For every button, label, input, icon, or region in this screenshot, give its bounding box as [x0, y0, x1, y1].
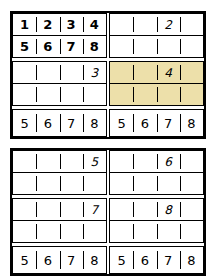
- bottom-grid-box-3-left: 5678: [12, 246, 107, 274]
- bottom-grid-row-5-left: 5678: [13, 247, 106, 273]
- bottom-grid-cell-r4c2: [36, 221, 59, 242]
- bottom-grid-row-3-right: 8: [110, 199, 203, 220]
- cell-digit: 8: [187, 254, 195, 267]
- bottom-grid-box-1-left: 5: [12, 150, 107, 195]
- bottom-grid-cell-r4c4: [83, 221, 106, 242]
- bottom-grid-row-2-right: [110, 172, 203, 194]
- cell-digit: 5: [91, 156, 99, 168]
- top-grid-cell-r4c3: [60, 84, 83, 105]
- top-grid-cell-r1c6: [133, 14, 156, 35]
- bottom-grid-cell-r1c6: [133, 151, 156, 172]
- cell-digit: 7: [67, 254, 75, 267]
- top-grid-box-3-left: 5678: [12, 109, 107, 137]
- bottom-grid-cell-r1c1: [13, 151, 36, 172]
- bottom-grid-cell-r2c7: [157, 173, 180, 194]
- bottom-grid-cell-r2c5: [110, 173, 133, 194]
- top-grid-cell-r1c7: 2: [157, 14, 180, 35]
- bottom-grid-cell-r3c5: [110, 199, 133, 220]
- bottom-grid: 567856785678: [10, 148, 206, 276]
- top-grid-row-1-left: 1234: [13, 14, 106, 35]
- top-grid-cell-r2c2: 6: [36, 36, 59, 57]
- top-grid-band-3: 56785678: [12, 109, 204, 137]
- top-grid: 1234567823456785678: [10, 11, 206, 139]
- cell-digit: 6: [44, 254, 52, 267]
- bottom-grid-box-1-right: 6: [109, 150, 204, 195]
- puzzle-grids-container: 1234567823456785678567856785678: [10, 11, 206, 276]
- cell-digit: 5: [117, 117, 125, 130]
- bottom-grid-row-1-right: 6: [110, 151, 203, 172]
- bottom-grid-cell-r2c8: [180, 173, 203, 194]
- bottom-grid-cell-r4c1: [13, 221, 36, 242]
- bottom-grid-cell-r3c1: [13, 199, 36, 220]
- top-grid-box-2-right: 4: [109, 61, 204, 106]
- top-grid-cell-r5c4: 8: [83, 110, 106, 136]
- top-grid-cell-r1c4: 4: [83, 14, 106, 35]
- top-grid-cell-r2c8: [180, 36, 203, 57]
- top-grid-cell-r5c1: 5: [13, 110, 36, 136]
- top-grid-cell-r2c4: 8: [83, 36, 106, 57]
- top-grid-cell-r3c6: [133, 62, 156, 83]
- top-grid-cell-r3c1: [13, 62, 36, 83]
- top-grid-row-4-left: [13, 83, 106, 105]
- bottom-grid-cell-r1c3: [60, 151, 83, 172]
- bottom-grid-cell-r4c7: [157, 221, 180, 242]
- top-grid-cell-r2c5: [110, 36, 133, 57]
- bottom-grid-cell-r3c2: [36, 199, 59, 220]
- cell-digit: 3: [67, 18, 76, 31]
- top-grid-cell-r3c3: [60, 62, 83, 83]
- top-grid-cell-r4c5: [110, 84, 133, 105]
- bottom-grid-row-1-left: 5: [13, 151, 106, 172]
- top-grid-cell-r3c7: 4: [157, 62, 180, 83]
- bottom-grid-cell-r1c8: [180, 151, 203, 172]
- top-grid-cell-r5c3: 7: [60, 110, 83, 136]
- bottom-grid-cell-r3c8: [180, 199, 203, 220]
- top-grid-box-1-right: 2: [109, 13, 204, 58]
- top-grid-box-1-left: 12345678: [12, 13, 107, 58]
- top-grid-cell-r2c6: [133, 36, 156, 57]
- top-grid-cell-r3c5: [110, 62, 133, 83]
- bottom-grid-cell-r2c4: [83, 173, 106, 194]
- bottom-grid-cell-r1c2: [36, 151, 59, 172]
- bottom-grid-cell-r5c7: 7: [157, 247, 180, 273]
- top-grid-row-3-right: 4: [110, 62, 203, 83]
- bottom-grid-row-5-right: 5678: [110, 247, 203, 273]
- top-grid-row-2-left: 5678: [13, 35, 106, 57]
- bottom-grid-cell-r5c6: 6: [133, 247, 156, 273]
- bottom-grid-row-3-left: 7: [13, 199, 106, 220]
- bottom-grid-row-4-right: [110, 220, 203, 242]
- top-grid-cell-r4c1: [13, 84, 36, 105]
- bottom-grid-cell-r4c8: [180, 221, 203, 242]
- cell-digit: 5: [117, 254, 125, 267]
- top-grid-cell-r1c2: 2: [36, 14, 59, 35]
- cell-digit: 5: [20, 254, 28, 267]
- bottom-grid-cell-r3c4: 7: [83, 199, 106, 220]
- top-grid-cell-r4c2: [36, 84, 59, 105]
- top-grid-cell-r3c4: 3: [83, 62, 106, 83]
- bottom-grid-band-1: 56: [12, 150, 204, 195]
- top-grid-row-3-left: 3: [13, 62, 106, 83]
- top-grid-cell-r2c1: 5: [13, 36, 36, 57]
- top-grid-cell-r5c2: 6: [36, 110, 59, 136]
- top-grid-cell-r2c7: [157, 36, 180, 57]
- cell-digit: 3: [91, 67, 99, 79]
- cell-digit: 6: [141, 254, 149, 267]
- top-grid-box-2-left: 3: [12, 61, 107, 106]
- top-grid-row-5-right: 5678: [110, 110, 203, 136]
- bottom-grid-band-3: 56785678: [12, 246, 204, 274]
- top-grid-cell-r4c8: [180, 84, 203, 105]
- bottom-grid-cell-r2c1: [13, 173, 36, 194]
- cell-digit: 8: [187, 117, 195, 130]
- top-grid-cell-r4c6: [133, 84, 156, 105]
- bottom-grid-cell-r5c1: 5: [13, 247, 36, 273]
- cell-digit: 6: [44, 117, 52, 130]
- top-grid-cell-r1c8: [180, 14, 203, 35]
- top-grid-row-5-left: 5678: [13, 110, 106, 136]
- bottom-grid-box-2-left: 7: [12, 198, 107, 243]
- cell-digit: 4: [164, 67, 172, 79]
- top-grid-band-1: 123456782: [12, 13, 204, 58]
- bottom-grid-cell-r2c2: [36, 173, 59, 194]
- top-grid-cell-r1c5: [110, 14, 133, 35]
- cell-digit: 7: [164, 117, 172, 130]
- top-grid-cell-r1c3: 3: [60, 14, 83, 35]
- cell-digit: 4: [90, 18, 99, 31]
- bottom-grid-cell-r5c3: 7: [60, 247, 83, 273]
- top-grid-cell-r5c7: 7: [157, 110, 180, 136]
- bottom-grid-cell-r3c3: [60, 199, 83, 220]
- cell-digit: 8: [90, 117, 98, 130]
- top-grid-cell-r4c4: [83, 84, 106, 105]
- cell-digit: 2: [164, 19, 172, 31]
- top-grid-cell-r5c8: 8: [180, 110, 203, 136]
- bottom-grid-cell-r3c7: 8: [157, 199, 180, 220]
- top-grid-cell-r5c5: 5: [110, 110, 133, 136]
- bottom-grid-cell-r4c5: [110, 221, 133, 242]
- top-grid-row-2-right: [110, 35, 203, 57]
- bottom-grid-cell-r2c6: [133, 173, 156, 194]
- bottom-grid-box-2-right: 8: [109, 198, 204, 243]
- bottom-grid-cell-r1c7: 6: [157, 151, 180, 172]
- cell-digit: 2: [43, 18, 52, 31]
- cell-digit: 7: [67, 40, 76, 53]
- top-grid-cell-r2c3: 7: [60, 36, 83, 57]
- bottom-grid-cell-r3c6: [133, 199, 156, 220]
- bottom-grid-cell-r5c8: 8: [180, 247, 203, 273]
- cell-digit: 5: [20, 40, 29, 53]
- bottom-grid-row-2-left: [13, 172, 106, 194]
- top-grid-cell-r4c7: [157, 84, 180, 105]
- puzzle-page: 1234567823456785678567856785678: [0, 0, 218, 276]
- cell-digit: 1: [20, 18, 29, 31]
- cell-digit: 5: [20, 117, 28, 130]
- cell-digit: 6: [43, 40, 52, 53]
- cell-digit: 8: [164, 204, 172, 216]
- cell-digit: 7: [91, 204, 99, 216]
- cell-digit: 6: [141, 117, 149, 130]
- bottom-grid-cell-r5c2: 6: [36, 247, 59, 273]
- top-grid-cell-r5c6: 6: [133, 110, 156, 136]
- top-grid-row-4-right: [110, 83, 203, 105]
- top-grid-cell-r3c8: [180, 62, 203, 83]
- bottom-grid-row-4-left: [13, 220, 106, 242]
- cell-digit: 8: [90, 254, 98, 267]
- top-grid-band-2: 34: [12, 61, 204, 106]
- bottom-grid-cell-r1c5: [110, 151, 133, 172]
- cell-digit: 6: [164, 156, 172, 168]
- bottom-grid-cell-r5c4: 8: [83, 247, 106, 273]
- bottom-grid-cell-r1c4: 5: [83, 151, 106, 172]
- top-grid-row-1-right: 2: [110, 14, 203, 35]
- bottom-grid-cell-r5c5: 5: [110, 247, 133, 273]
- bottom-grid-cell-r2c3: [60, 173, 83, 194]
- top-grid-cell-r1c1: 1: [13, 14, 36, 35]
- cell-digit: 7: [67, 117, 75, 130]
- bottom-grid-cell-r4c6: [133, 221, 156, 242]
- top-grid-box-3-right: 5678: [109, 109, 204, 137]
- bottom-grid-band-2: 78: [12, 198, 204, 243]
- cell-digit: 8: [90, 40, 99, 53]
- bottom-grid-box-3-right: 5678: [109, 246, 204, 274]
- top-grid-cell-r3c2: [36, 62, 59, 83]
- bottom-grid-cell-r4c3: [60, 221, 83, 242]
- cell-digit: 7: [164, 254, 172, 267]
